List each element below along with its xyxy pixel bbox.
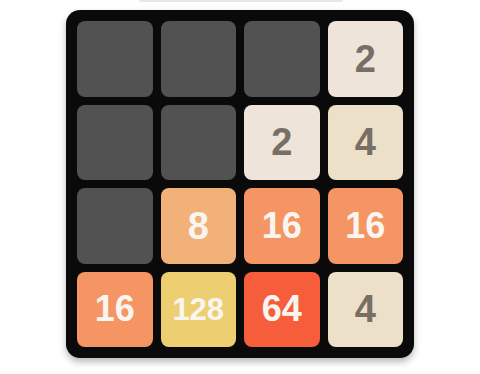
empty-cell-r1c2: [161, 21, 237, 97]
game-board-2048[interactable]: 2248161616128644: [66, 10, 414, 358]
tile-8-r3c2: 8: [161, 188, 237, 264]
empty-cell-r1c1: [77, 21, 153, 97]
tile-2-r1c4: 2: [328, 21, 404, 97]
empty-cell-r2c1: [77, 105, 153, 181]
cutoff-element-top: [139, 0, 343, 2]
empty-cell-r2c2: [161, 105, 237, 181]
tile-4-r2c4: 4: [328, 105, 404, 181]
tile-4-r4c4: 4: [328, 272, 404, 348]
tile-128-r4c2: 128: [161, 272, 237, 348]
app-screen: 2248161616128644: [0, 0, 480, 374]
tile-16-r3c3: 16: [244, 188, 320, 264]
tile-16-r4c1: 16: [77, 272, 153, 348]
empty-cell-r3c1: [77, 188, 153, 264]
tile-2-r2c3: 2: [244, 105, 320, 181]
tile-16-r3c4: 16: [328, 188, 404, 264]
empty-cell-r1c3: [244, 21, 320, 97]
tile-64-r4c3: 64: [244, 272, 320, 348]
